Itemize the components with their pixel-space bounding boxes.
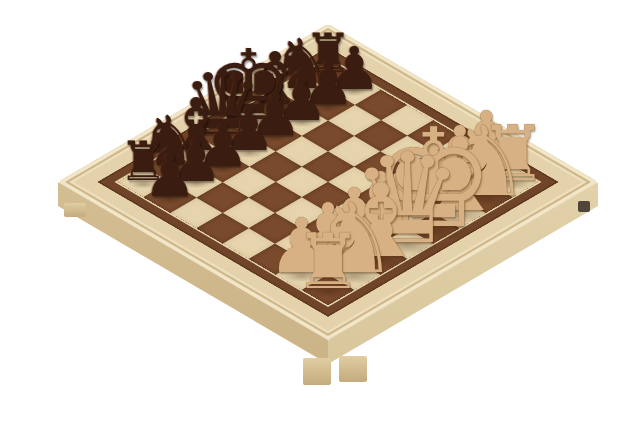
board-foot-left-corner — [64, 203, 86, 217]
chess-board — [58, 24, 598, 340]
chess-set-photo: ♜♞♟♝♟♚♟♛♟♝♟♞♟♟♜♟♟♜♟♟♞♟♝♟♚♟♛♟♝♟♞♜ — [0, 0, 640, 425]
board-foot-right-corner — [578, 201, 590, 212]
board-foot-bottom-left — [303, 358, 331, 385]
board-foot-bottom-right — [339, 356, 367, 382]
